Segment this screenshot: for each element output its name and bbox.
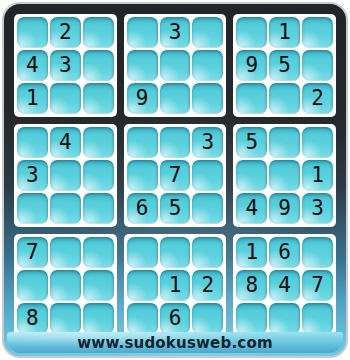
cell-r3c6[interactable] (192, 83, 223, 114)
cell-r6c7[interactable]: 4 (236, 193, 267, 224)
cell-r8c2[interactable] (50, 270, 81, 301)
given-digit: 7 (26, 242, 39, 263)
cell-r3c1[interactable]: 1 (17, 83, 48, 114)
cell-r2c3[interactable] (83, 50, 114, 81)
given-digit: 3 (202, 132, 215, 153)
cell-r8c8[interactable]: 4 (269, 270, 300, 301)
cell-r2c6[interactable] (192, 50, 223, 81)
block-6: 51493 (233, 124, 336, 227)
cell-r2c2[interactable]: 3 (50, 50, 81, 81)
cell-r9c2[interactable] (50, 303, 81, 334)
cell-r9c3[interactable] (83, 303, 114, 334)
cell-r8c5[interactable]: 1 (160, 270, 191, 301)
given-digit: 1 (311, 165, 324, 186)
cell-r1c9[interactable] (302, 17, 333, 48)
cell-r7c8[interactable]: 6 (269, 237, 300, 268)
given-digit: 3 (26, 165, 39, 186)
cell-r5c9[interactable]: 1 (302, 160, 333, 191)
block-7: 78 (14, 234, 117, 337)
cell-r8c9[interactable]: 7 (302, 270, 333, 301)
cell-r7c1[interactable]: 7 (17, 237, 48, 268)
cell-r7c7[interactable]: 1 (236, 237, 267, 268)
given-digit: 6 (278, 242, 291, 263)
block-8: 126 (124, 234, 227, 337)
cell-r6c5[interactable]: 5 (160, 193, 191, 224)
cell-r9c1[interactable]: 8 (17, 303, 48, 334)
cell-r8c7[interactable]: 8 (236, 270, 267, 301)
given-digit: 5 (169, 198, 182, 219)
cell-r4c5[interactable] (160, 127, 191, 158)
cell-r7c4[interactable] (127, 237, 158, 268)
cell-r1c4[interactable] (127, 17, 158, 48)
cell-r7c5[interactable] (160, 237, 191, 268)
block-2: 39 (124, 14, 227, 117)
cell-r4c1[interactable] (17, 127, 48, 158)
cell-r9c6[interactable] (192, 303, 223, 334)
block-1: 2431 (14, 14, 117, 117)
given-digit: 4 (245, 198, 258, 219)
cell-r6c8[interactable]: 9 (269, 193, 300, 224)
cell-r7c9[interactable] (302, 237, 333, 268)
cell-r2c9[interactable] (302, 50, 333, 81)
given-digit: 8 (26, 308, 39, 329)
given-digit: 3 (59, 55, 72, 76)
cell-r2c5[interactable] (160, 50, 191, 81)
cell-r5c2[interactable] (50, 160, 81, 191)
cell-r5c3[interactable] (83, 160, 114, 191)
cell-r1c6[interactable] (192, 17, 223, 48)
given-digit: 4 (26, 55, 39, 76)
cell-r4c8[interactable] (269, 127, 300, 158)
cell-r1c5[interactable]: 3 (160, 17, 191, 48)
given-digit: 4 (278, 275, 291, 296)
cell-r6c6[interactable] (192, 193, 223, 224)
cell-r8c1[interactable] (17, 270, 48, 301)
cell-r4c3[interactable] (83, 127, 114, 158)
cell-r8c6[interactable]: 2 (192, 270, 223, 301)
cell-r9c7[interactable] (236, 303, 267, 334)
given-digit: 9 (136, 88, 149, 109)
block-9: 16847 (233, 234, 336, 337)
site-url[interactable]: www.sudokusweb.com (77, 334, 272, 352)
cell-r6c2[interactable] (50, 193, 81, 224)
given-digit: 9 (245, 55, 258, 76)
cell-r6c1[interactable] (17, 193, 48, 224)
cell-r7c2[interactable] (50, 237, 81, 268)
cell-r5c6[interactable] (192, 160, 223, 191)
given-digit: 9 (278, 198, 291, 219)
cell-r6c4[interactable]: 6 (127, 193, 158, 224)
given-digit: 3 (169, 22, 182, 43)
cell-r5c8[interactable] (269, 160, 300, 191)
cell-r3c5[interactable] (160, 83, 191, 114)
given-digit: 2 (311, 88, 324, 109)
cell-r9c4[interactable] (127, 303, 158, 334)
given-digit: 6 (136, 198, 149, 219)
cell-r3c4[interactable]: 9 (127, 83, 158, 114)
cell-r5c7[interactable] (236, 160, 267, 191)
cell-r4c2[interactable]: 4 (50, 127, 81, 158)
given-digit: 1 (245, 242, 258, 263)
cell-r2c8[interactable]: 5 (269, 50, 300, 81)
cell-r3c8[interactable] (269, 83, 300, 114)
cell-r9c5[interactable]: 6 (160, 303, 191, 334)
cell-r4c6[interactable]: 3 (192, 127, 223, 158)
footer-band: www.sudokusweb.com (7, 332, 343, 353)
given-digit: 4 (59, 132, 72, 153)
given-digit: 7 (311, 275, 324, 296)
cell-r7c6[interactable] (192, 237, 223, 268)
block-5: 3765 (124, 124, 227, 227)
sudoku-board: 2431391952433765514937812616847 (14, 14, 336, 337)
given-digit: 1 (26, 88, 39, 109)
cell-r3c9[interactable]: 2 (302, 83, 333, 114)
cell-r8c4[interactable] (127, 270, 158, 301)
board-frame: 2431391952433765514937812616847 www.sudo… (2, 2, 348, 358)
given-digit: 5 (245, 132, 258, 153)
cell-r4c9[interactable] (302, 127, 333, 158)
cell-r9c9[interactable] (302, 303, 333, 334)
given-digit: 1 (278, 22, 291, 43)
cell-r1c1[interactable] (17, 17, 48, 48)
cell-r5c4[interactable] (127, 160, 158, 191)
cell-r5c5[interactable]: 7 (160, 160, 191, 191)
cell-r6c3[interactable] (83, 193, 114, 224)
cell-r7c3[interactable] (83, 237, 114, 268)
given-digit: 2 (202, 275, 215, 296)
cell-r3c2[interactable] (50, 83, 81, 114)
cell-r4c4[interactable] (127, 127, 158, 158)
given-digit: 7 (169, 165, 182, 186)
cell-r4c7[interactable]: 5 (236, 127, 267, 158)
cell-r1c7[interactable] (236, 17, 267, 48)
given-digit: 5 (278, 55, 291, 76)
given-digit: 1 (169, 275, 182, 296)
cell-r3c7[interactable] (236, 83, 267, 114)
given-digit: 3 (311, 198, 324, 219)
cell-r9c8[interactable] (269, 303, 300, 334)
cell-r1c3[interactable] (83, 17, 114, 48)
cell-r2c1[interactable]: 4 (17, 50, 48, 81)
cell-r5c1[interactable]: 3 (17, 160, 48, 191)
cell-r3c3[interactable] (83, 83, 114, 114)
cell-r1c2[interactable]: 2 (50, 17, 81, 48)
cell-r2c7[interactable]: 9 (236, 50, 267, 81)
given-digit: 2 (59, 22, 72, 43)
given-digit: 6 (169, 308, 182, 329)
cell-r2c4[interactable] (127, 50, 158, 81)
cell-r6c9[interactable]: 3 (302, 193, 333, 224)
block-4: 43 (14, 124, 117, 227)
cell-r8c3[interactable] (83, 270, 114, 301)
cell-r1c8[interactable]: 1 (269, 17, 300, 48)
block-3: 1952 (233, 14, 336, 117)
given-digit: 8 (245, 275, 258, 296)
